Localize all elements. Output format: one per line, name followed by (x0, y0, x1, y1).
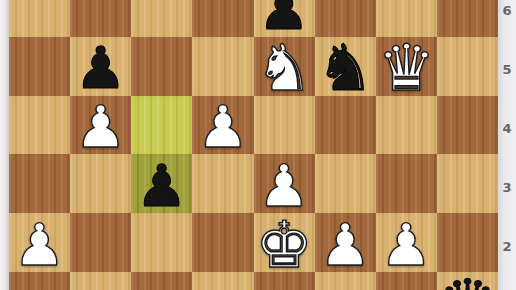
square-d1[interactable] (192, 272, 253, 290)
white-pawn-icon[interactable]: ♟ (192, 98, 253, 157)
square-f5[interactable]: ♞ (315, 37, 376, 96)
square-h3[interactable] (437, 154, 498, 213)
rank-coordinate-strip: 65432 (498, 0, 516, 290)
square-e3[interactable]: ♟ (254, 154, 315, 213)
square-c4[interactable] (131, 96, 192, 155)
white-knight-icon[interactable]: ♞ (254, 39, 315, 98)
square-c6[interactable] (131, 0, 192, 37)
square-g3[interactable] (376, 154, 437, 213)
square-g5[interactable]: ♛ (376, 37, 437, 96)
square-b1[interactable] (70, 272, 131, 290)
square-b2[interactable] (70, 213, 131, 272)
white-pawn-icon[interactable]: ♟ (70, 98, 131, 157)
rank-label-4: 4 (498, 121, 516, 137)
square-a6[interactable] (9, 0, 70, 37)
chess-board[interactable]: ♟♟♞♞♛♟♟♟♟♟♚♟♟♛ (9, 0, 498, 290)
square-d3[interactable] (192, 154, 253, 213)
black-pawn-icon[interactable]: ♟ (70, 39, 131, 98)
left-margin-strip (0, 0, 9, 290)
square-d5[interactable] (192, 37, 253, 96)
square-e1[interactable] (254, 272, 315, 290)
square-h4[interactable] (437, 96, 498, 155)
black-knight-icon[interactable]: ♞ (315, 39, 376, 98)
square-a2[interactable]: ♟ (9, 213, 70, 272)
square-g1[interactable] (376, 272, 437, 290)
board-viewport: ♟♟♞♞♛♟♟♟♟♟♚♟♟♛ (9, 0, 498, 290)
square-f1[interactable] (315, 272, 376, 290)
square-c1[interactable] (131, 272, 192, 290)
rank-label-5: 5 (498, 62, 516, 78)
square-a1[interactable] (9, 272, 70, 290)
square-f4[interactable] (315, 96, 376, 155)
square-a3[interactable] (9, 154, 70, 213)
square-c5[interactable] (131, 37, 192, 96)
square-c3[interactable]: ♟ (131, 154, 192, 213)
square-f3[interactable] (315, 154, 376, 213)
square-d2[interactable] (192, 213, 253, 272)
square-g2[interactable]: ♟ (376, 213, 437, 272)
square-b4[interactable]: ♟ (70, 96, 131, 155)
square-b3[interactable] (70, 154, 131, 213)
square-d4[interactable]: ♟ (192, 96, 253, 155)
white-pawn-icon[interactable]: ♟ (315, 215, 376, 274)
square-g4[interactable] (376, 96, 437, 155)
rank-label-6: 6 (498, 3, 516, 19)
rank-label-2: 2 (498, 239, 516, 255)
square-a4[interactable] (9, 96, 70, 155)
white-queen-icon[interactable]: ♛ (376, 39, 437, 98)
rank-label-3: 3 (498, 180, 516, 196)
square-h6[interactable] (437, 0, 498, 37)
square-e4[interactable] (254, 96, 315, 155)
square-h5[interactable] (437, 37, 498, 96)
chess-app-screen: ♟♟♞♞♛♟♟♟♟♟♚♟♟♛ 65432 (0, 0, 516, 290)
square-c2[interactable] (131, 213, 192, 272)
square-d6[interactable] (192, 0, 253, 37)
black-queen-icon[interactable]: ♛ (437, 274, 498, 290)
white-pawn-icon[interactable]: ♟ (376, 215, 437, 274)
square-b6[interactable] (70, 0, 131, 37)
square-h2[interactable] (437, 213, 498, 272)
square-a5[interactable] (9, 37, 70, 96)
white-king-icon[interactable]: ♚ (254, 215, 315, 274)
square-e5[interactable]: ♞ (254, 37, 315, 96)
square-f2[interactable]: ♟ (315, 213, 376, 272)
white-pawn-icon[interactable]: ♟ (9, 215, 70, 274)
square-b5[interactable]: ♟ (70, 37, 131, 96)
square-h1[interactable]: ♛ (437, 272, 498, 290)
white-pawn-icon[interactable]: ♟ (254, 156, 315, 215)
black-pawn-icon[interactable]: ♟ (131, 156, 192, 215)
square-e2[interactable]: ♚ (254, 213, 315, 272)
